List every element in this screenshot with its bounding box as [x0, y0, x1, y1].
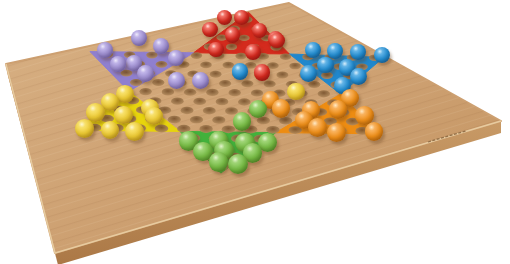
marble-purple[interactable]	[192, 72, 209, 89]
marble-yellow[interactable]	[125, 122, 144, 141]
chinese-checkers-scene	[0, 0, 510, 264]
marble-yellow[interactable]	[145, 107, 164, 126]
marble-purple[interactable]	[168, 50, 184, 66]
marble-green[interactable]	[209, 152, 229, 172]
marble-red[interactable]	[217, 10, 232, 25]
marble-green[interactable]	[233, 112, 252, 131]
marble-blue[interactable]	[350, 44, 366, 60]
marble-purple[interactable]	[131, 30, 147, 46]
marble-red[interactable]	[208, 42, 224, 58]
marble-blue[interactable]	[317, 57, 333, 73]
marble-red[interactable]	[252, 23, 267, 38]
marble-red[interactable]	[245, 44, 261, 60]
marble-blue[interactable]	[305, 42, 321, 58]
marble-blue[interactable]	[374, 47, 390, 63]
marble-red[interactable]	[254, 64, 271, 81]
marble-purple[interactable]	[110, 56, 126, 72]
marble-orange[interactable]	[272, 99, 290, 117]
marble-yellow[interactable]	[287, 83, 305, 101]
marble-red[interactable]	[225, 27, 240, 42]
marble-green[interactable]	[249, 100, 267, 118]
marbles-layer	[0, 0, 510, 264]
marble-red[interactable]	[202, 22, 217, 37]
marble-orange[interactable]	[327, 123, 346, 142]
marble-orange[interactable]	[365, 122, 384, 141]
marble-orange[interactable]	[329, 100, 348, 119]
marble-red[interactable]	[234, 10, 249, 25]
marble-yellow[interactable]	[101, 121, 120, 140]
marble-blue[interactable]	[350, 68, 367, 85]
marble-yellow[interactable]	[114, 106, 133, 125]
marble-yellow[interactable]	[75, 119, 94, 138]
marble-red[interactable]	[269, 33, 285, 49]
marble-green[interactable]	[228, 154, 248, 174]
marble-purple[interactable]	[168, 72, 185, 89]
marble-blue[interactable]	[300, 65, 317, 82]
marble-purple[interactable]	[97, 42, 113, 58]
marble-orange[interactable]	[308, 118, 327, 137]
marble-purple[interactable]	[153, 38, 169, 54]
marble-purple[interactable]	[137, 65, 154, 82]
marble-blue[interactable]	[232, 63, 249, 80]
